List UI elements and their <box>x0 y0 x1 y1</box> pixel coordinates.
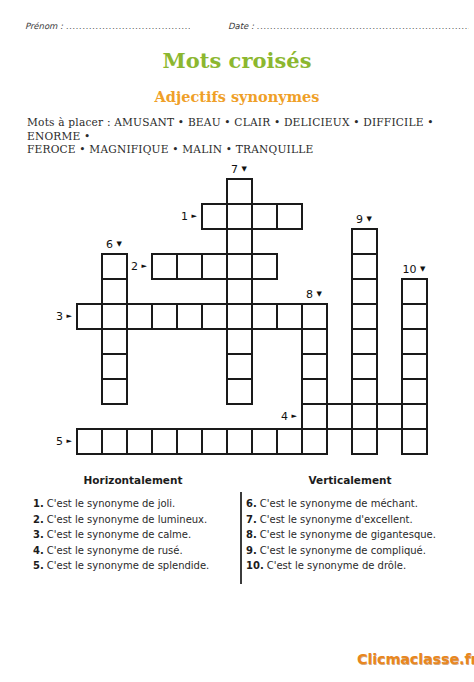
date-field[interactable]: Date : .................................… <box>228 21 469 31</box>
grid-cell-r10c0[interactable] <box>76 428 103 455</box>
grid-cell-r8c11[interactable] <box>351 378 378 405</box>
grid-cell-r10c13[interactable] <box>401 428 428 455</box>
grid-cell-r9c9[interactable] <box>301 403 328 430</box>
prenom-field[interactable]: Prénom : ...............................… <box>25 21 190 31</box>
word-bank-line-2: FEROCE • MAGNIFIQUE • MALIN • TRANQUILLE <box>27 143 463 157</box>
grid-cell-r0c6[interactable] <box>226 178 253 205</box>
grid-clue-label-5: 5 ► <box>32 434 72 449</box>
prenom-label: Prénom : <box>25 21 66 31</box>
clue-number: 1 <box>181 210 192 223</box>
clue-item: 10.C'est le synonyme de drôle. <box>246 558 456 574</box>
grid-cell-r4c1[interactable] <box>101 278 128 305</box>
clue-item-number: 10. <box>246 560 264 571</box>
clue-item: 2.C'est le synonyme de lumineux. <box>33 512 240 528</box>
grid-cell-r1c7[interactable] <box>251 203 278 230</box>
grid-clue-label-4: 4 ► <box>257 409 297 424</box>
clue-item: 4.C'est le synonyme de rusé. <box>33 543 240 559</box>
grid-cell-r10c7[interactable] <box>251 428 278 455</box>
grid-cell-r5c5[interactable] <box>201 303 228 330</box>
clue-item: 3.C'est le synonyme de calme. <box>33 527 240 543</box>
grid-cell-r8c13[interactable] <box>401 378 428 405</box>
down-arrow-icon: ▼ <box>367 215 372 223</box>
grid-cell-r6c6[interactable] <box>226 328 253 355</box>
worksheet-page: Prénom : ...............................… <box>0 0 474 682</box>
grid-cell-r1c5[interactable] <box>201 203 228 230</box>
grid-cell-r5c2[interactable] <box>126 303 153 330</box>
grid-cell-r5c6[interactable] <box>226 303 253 330</box>
grid-clue-label-6: 6 ▼ <box>106 237 122 251</box>
right-arrow-icon: ► <box>192 212 197 220</box>
clue-item: 9.C'est le synonyme de compliqué. <box>246 543 456 559</box>
grid-clue-label-8: 8 ▼ <box>306 287 322 301</box>
grid-cell-r1c8[interactable] <box>276 203 303 230</box>
clue-item: 8.C'est le synonyme de gigantesque. <box>246 527 456 543</box>
grid-cell-r5c0[interactable] <box>76 303 103 330</box>
clue-item-text: C'est le synonyme de compliqué. <box>260 545 426 556</box>
grid-cell-r10c3[interactable] <box>151 428 178 455</box>
clue-item-text: C'est le synonyme de lumineux. <box>47 514 207 525</box>
clue-item: 1.C'est le synonyme de joli. <box>33 496 240 512</box>
down-arrow-icon: ▼ <box>242 165 247 173</box>
grid-clue-label-10: 10 ▼ <box>403 262 426 276</box>
grid-cell-r5c9[interactable] <box>301 303 328 330</box>
right-arrow-icon: ► <box>67 437 72 445</box>
grid-clue-label-2: 2 ► <box>107 259 147 274</box>
right-arrow-icon: ► <box>292 412 297 420</box>
clue-item: 5.C'est le synonyme de splendide. <box>33 558 240 574</box>
right-arrow-icon: ► <box>142 262 147 270</box>
clue-number: 4 <box>281 410 292 423</box>
grid-cell-r9c10[interactable] <box>326 403 353 430</box>
date-label: Date : <box>228 21 257 31</box>
clue-number: 2 <box>131 260 142 273</box>
site-logo: Clicmaclasse.fr <box>357 651 474 667</box>
grid-cell-r6c1[interactable] <box>101 328 128 355</box>
grid-cell-r5c11[interactable] <box>351 303 378 330</box>
grid-cell-r10c2[interactable] <box>126 428 153 455</box>
clue-item-number: 2. <box>33 514 44 525</box>
grid-cell-r1c6[interactable] <box>226 203 253 230</box>
vertical-heading: Verticalement <box>244 474 456 486</box>
clue-item-number: 6. <box>246 498 257 509</box>
page-title: Mots croisés <box>0 49 474 73</box>
grid-cell-r10c8[interactable] <box>276 428 303 455</box>
horizontal-heading: Horizontalement <box>26 474 240 486</box>
grid-cell-r6c11[interactable] <box>351 328 378 355</box>
clue-item-text: C'est le synonyme de drôle. <box>267 560 406 571</box>
grid-cell-r7c9[interactable] <box>301 353 328 380</box>
grid-clue-label-3: 3 ► <box>32 309 72 324</box>
crossword-grid: 1 ►2 ►3 ►4 ►5 ►6 ▼7 ▼8 ▼9 ▼10 ▼ <box>76 178 428 455</box>
clue-item-text: C'est le synonyme de splendide. <box>47 560 210 571</box>
grid-cell-r3c3[interactable] <box>151 253 178 280</box>
grid-cell-r7c1[interactable] <box>101 353 128 380</box>
grid-cell-r3c6[interactable] <box>226 253 253 280</box>
down-arrow-icon: ▼ <box>420 265 425 273</box>
grid-cell-r7c11[interactable] <box>351 353 378 380</box>
grid-cell-r2c11[interactable] <box>351 228 378 255</box>
grid-cell-r9c13[interactable] <box>401 403 428 430</box>
clue-number: 9 <box>356 213 367 226</box>
grid-clue-label-7: 7 ▼ <box>231 162 247 176</box>
clue-item: 6.C'est le synonyme de méchant. <box>246 496 456 512</box>
grid-cell-r10c6[interactable] <box>226 428 253 455</box>
clue-number: 5 <box>56 435 67 448</box>
grid-cell-r3c5[interactable] <box>201 253 228 280</box>
clues-horizontal-section: Horizontalement 1.C'est le synonyme de j… <box>26 474 240 574</box>
clues-vertical-section: Verticalement 6.C'est le synonyme de méc… <box>244 474 456 574</box>
clue-number: 3 <box>56 310 67 323</box>
horizontal-clue-list: 1.C'est le synonyme de joli.2.C'est le s… <box>26 496 240 574</box>
grid-cell-r5c3[interactable] <box>151 303 178 330</box>
clue-item-text: C'est le synonyme d'excellent. <box>260 514 413 525</box>
clue-item-number: 8. <box>246 529 257 540</box>
clue-item-text: C'est le synonyme de joli. <box>47 498 176 509</box>
grid-cell-r9c11[interactable] <box>351 403 378 430</box>
right-arrow-icon: ► <box>67 312 72 320</box>
grid-cell-r5c13[interactable] <box>401 303 428 330</box>
clue-item: 7.C'est le synonyme d'excellent. <box>246 512 456 528</box>
clue-item-number: 5. <box>33 560 44 571</box>
clue-item-number: 4. <box>33 545 44 556</box>
word-bank: Mots à placer : AMUSANT • BEAU • CLAIR •… <box>27 116 463 157</box>
date-dotted-line[interactable]: ........................................… <box>257 21 469 31</box>
clue-number: 10 <box>403 263 421 276</box>
grid-cell-r9c12[interactable] <box>376 403 403 430</box>
grid-cell-r5c7[interactable] <box>251 303 278 330</box>
grid-cell-r5c8[interactable] <box>276 303 303 330</box>
grid-cell-r8c9[interactable] <box>301 378 328 405</box>
vertical-clue-list: 6.C'est le synonyme de méchant.7.C'est l… <box>244 496 456 574</box>
grid-cell-r4c11[interactable] <box>351 278 378 305</box>
page-subtitle: Adjectifs synonymes <box>0 88 474 105</box>
grid-cell-r3c4[interactable] <box>176 253 203 280</box>
clue-item-text: C'est le synonyme de méchant. <box>260 498 418 509</box>
grid-cell-r5c1[interactable] <box>101 303 128 330</box>
grid-cell-r10c5[interactable] <box>201 428 228 455</box>
clue-item-text: C'est le synonyme de calme. <box>47 529 191 540</box>
grid-cell-r8c1[interactable] <box>101 378 128 405</box>
grid-cell-r6c9[interactable] <box>301 328 328 355</box>
grid-cell-r7c6[interactable] <box>226 353 253 380</box>
grid-clue-label-1: 1 ► <box>157 209 197 224</box>
grid-cell-r5c4[interactable] <box>176 303 203 330</box>
clue-item-number: 3. <box>33 529 44 540</box>
grid-cell-r10c11[interactable] <box>351 428 378 455</box>
clue-number: 8 <box>306 288 317 301</box>
clue-item-text: C'est le synonyme de rusé. <box>47 545 183 556</box>
grid-cell-r10c9[interactable] <box>301 428 328 455</box>
grid-cell-r3c7[interactable] <box>251 253 278 280</box>
down-arrow-icon: ▼ <box>317 290 322 298</box>
clue-item-text: C'est le synonyme de gigantesque. <box>260 529 436 540</box>
word-bank-line-1: Mots à placer : AMUSANT • BEAU • CLAIR •… <box>27 116 463 143</box>
grid-cell-r7c13[interactable] <box>401 353 428 380</box>
grid-cell-r8c6[interactable] <box>226 378 253 405</box>
grid-cell-r10c1[interactable] <box>101 428 128 455</box>
prenom-dotted-line[interactable]: ........................................… <box>66 21 190 31</box>
clue-item-number: 7. <box>246 514 257 525</box>
down-arrow-icon: ▼ <box>117 240 122 248</box>
clue-column-divider <box>240 492 242 584</box>
grid-cell-r6c13[interactable] <box>401 328 428 355</box>
clue-item-number: 9. <box>246 545 257 556</box>
clue-number: 6 <box>106 238 117 251</box>
grid-cell-r4c6[interactable] <box>226 278 253 305</box>
grid-cell-r4c13[interactable] <box>401 278 428 305</box>
grid-cell-r2c6[interactable] <box>226 228 253 255</box>
clue-number: 7 <box>231 163 242 176</box>
clue-item-number: 1. <box>33 498 44 509</box>
grid-cell-r10c4[interactable] <box>176 428 203 455</box>
grid-clue-label-9: 9 ▼ <box>356 212 372 226</box>
grid-cell-r3c11[interactable] <box>351 253 378 280</box>
